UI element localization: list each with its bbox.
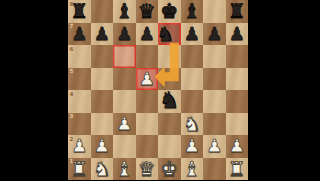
square-a4[interactable]: 4	[68, 90, 91, 113]
white-knight-f3[interactable]: ♞	[183, 113, 201, 136]
left-letterbox	[0, 0, 68, 180]
square-f7[interactable]: ♟	[181, 23, 204, 46]
rank-label-6: 6	[70, 46, 74, 52]
white-pawn-a2[interactable]: ♟	[71, 135, 87, 158]
square-a6[interactable]: 6	[68, 45, 91, 68]
square-h6[interactable]	[226, 45, 249, 68]
black-pawn-a7[interactable]: ♟	[71, 23, 87, 46]
square-e2[interactable]	[158, 135, 181, 158]
white-rook-h1[interactable]: ♜	[228, 158, 246, 181]
square-b4[interactable]	[91, 90, 114, 113]
square-g8[interactable]	[203, 0, 226, 23]
square-b5[interactable]	[91, 68, 114, 91]
square-a2[interactable]: 2♟	[68, 135, 91, 158]
black-rook-a8[interactable]: ♜	[70, 0, 88, 23]
square-d5[interactable]: ♟	[136, 68, 159, 91]
square-a8[interactable]: 8♜	[68, 0, 91, 23]
square-c6[interactable]	[113, 45, 136, 68]
black-king-e8[interactable]: ♚	[160, 0, 178, 23]
square-e7[interactable]: ♞	[158, 23, 181, 46]
square-b1[interactable]: ♞	[91, 158, 114, 181]
square-c7[interactable]: ♟	[113, 23, 136, 46]
white-pawn-d5[interactable]: ♟	[139, 68, 155, 91]
square-f6[interactable]	[181, 45, 204, 68]
white-bishop-f1[interactable]: ♝	[183, 158, 201, 181]
square-d3[interactable]	[136, 113, 159, 136]
square-c2[interactable]	[113, 135, 136, 158]
square-f8[interactable]: ♝	[181, 0, 204, 23]
white-pawn-c3[interactable]: ♟	[116, 113, 132, 136]
black-queen-d8[interactable]: ♛	[138, 0, 156, 23]
square-b8[interactable]	[91, 0, 114, 23]
square-f1[interactable]: ♝	[181, 158, 204, 181]
square-d6[interactable]	[136, 45, 159, 68]
square-g2[interactable]: ♟	[203, 135, 226, 158]
square-c1[interactable]: ♝	[113, 158, 136, 181]
white-rook-a1[interactable]: ♜	[70, 158, 88, 181]
square-d7[interactable]: ♟	[136, 23, 159, 46]
square-h8[interactable]: ♜	[226, 0, 249, 23]
square-e4[interactable]: ♞	[158, 90, 181, 113]
white-pawn-f2[interactable]: ♟	[184, 135, 200, 158]
square-c5[interactable]	[113, 68, 136, 91]
white-king-e1[interactable]: ♚	[160, 158, 178, 181]
square-h2[interactable]: ♟	[226, 135, 249, 158]
square-a3[interactable]: 3	[68, 113, 91, 136]
black-rook-h8[interactable]: ♜	[228, 0, 246, 23]
square-c4[interactable]	[113, 90, 136, 113]
square-g6[interactable]	[203, 45, 226, 68]
square-d4[interactable]	[136, 90, 159, 113]
white-bishop-c1[interactable]: ♝	[115, 158, 133, 181]
black-pawn-h7[interactable]: ♟	[229, 23, 245, 46]
black-pawn-f7[interactable]: ♟	[184, 23, 200, 46]
square-h1[interactable]: ♜	[226, 158, 249, 181]
square-h5[interactable]	[226, 68, 249, 91]
square-f4[interactable]	[181, 90, 204, 113]
square-h4[interactable]	[226, 90, 249, 113]
square-g4[interactable]	[203, 90, 226, 113]
square-h3[interactable]	[226, 113, 249, 136]
square-a7[interactable]: 7♟	[68, 23, 91, 46]
square-b3[interactable]	[91, 113, 114, 136]
square-b7[interactable]: ♟	[91, 23, 114, 46]
square-d8[interactable]: ♛	[136, 0, 159, 23]
black-knight-e7[interactable]: ♞	[156, 23, 174, 46]
square-d1[interactable]: ♛	[136, 158, 159, 181]
black-bishop-c8[interactable]: ♝	[115, 0, 133, 23]
square-h7[interactable]: ♟	[226, 23, 249, 46]
square-e8[interactable]: ♚	[158, 0, 181, 23]
square-a1[interactable]: 1♜	[68, 158, 91, 181]
square-c3[interactable]: ♟	[113, 113, 136, 136]
square-f5[interactable]	[181, 68, 204, 91]
black-bishop-f8[interactable]: ♝	[183, 0, 201, 23]
square-a5[interactable]: 5	[68, 68, 91, 91]
square-c8[interactable]: ♝	[113, 0, 136, 23]
black-pawn-d7[interactable]: ♟	[139, 23, 155, 46]
chess-board: 8♜♝♛♚♝♜7♟♟♟♟♞♟♟♟65♟4♞3♟♞2♟♟♟♟♟1♜♞♝♛♚♝♜	[68, 0, 248, 180]
square-g1[interactable]	[203, 158, 226, 181]
square-b2[interactable]: ♟	[91, 135, 114, 158]
rank-label-3: 3	[70, 113, 74, 119]
white-pawn-h2[interactable]: ♟	[229, 135, 245, 158]
white-pawn-b2[interactable]: ♟	[94, 135, 110, 158]
black-pawn-c7[interactable]: ♟	[116, 23, 132, 46]
rank-label-5: 5	[70, 68, 74, 74]
square-g7[interactable]: ♟	[203, 23, 226, 46]
right-letterbox	[248, 0, 320, 180]
square-e1[interactable]: ♚	[158, 158, 181, 181]
black-pawn-b7[interactable]: ♟	[94, 23, 110, 46]
square-f2[interactable]: ♟	[181, 135, 204, 158]
white-knight-b1[interactable]: ♞	[93, 158, 111, 181]
rank-label-4: 4	[70, 91, 74, 97]
square-g5[interactable]	[203, 68, 226, 91]
black-knight-e4[interactable]: ♞	[159, 89, 180, 112]
white-queen-d1[interactable]: ♛	[138, 158, 156, 181]
square-g3[interactable]	[203, 113, 226, 136]
white-pawn-g2[interactable]: ♟	[206, 135, 222, 158]
square-f3[interactable]: ♞	[181, 113, 204, 136]
square-d2[interactable]	[136, 135, 159, 158]
chess-thumbnail: 8♜♝♛♚♝♜7♟♟♟♟♞♟♟♟65♟4♞3♟♞2♟♟♟♟♟1♜♞♝♛♚♝♜	[0, 0, 320, 180]
black-pawn-g7[interactable]: ♟	[206, 23, 222, 46]
square-b6[interactable]	[91, 45, 114, 68]
square-e3[interactable]	[158, 113, 181, 136]
square-e6[interactable]	[158, 45, 181, 68]
